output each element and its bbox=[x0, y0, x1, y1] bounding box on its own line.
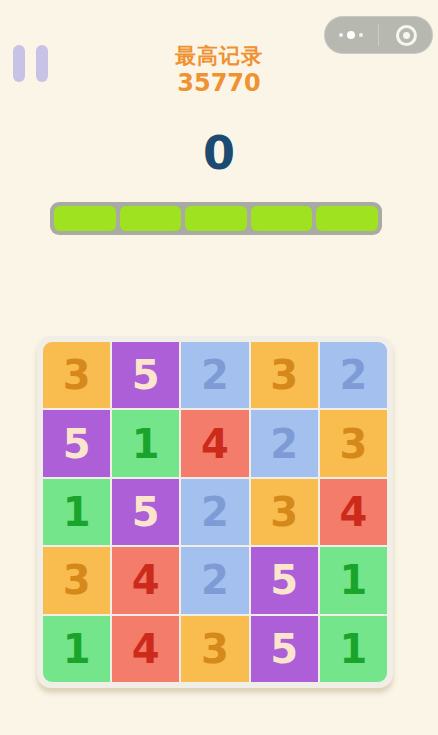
progress-bar bbox=[50, 202, 382, 235]
cell-r1c4[interactable]: 3 bbox=[251, 342, 318, 408]
cell-r3c5[interactable]: 4 bbox=[320, 479, 387, 545]
cell-r2c4[interactable]: 2 bbox=[251, 410, 318, 476]
game-board: 3523251423152343425114351 bbox=[37, 336, 393, 688]
minimize-button[interactable] bbox=[379, 16, 433, 54]
ellipsis-icon bbox=[339, 31, 363, 39]
cell-r3c1[interactable]: 1 bbox=[43, 479, 110, 545]
cell-r1c5[interactable]: 2 bbox=[320, 342, 387, 408]
cell-r2c5[interactable]: 3 bbox=[320, 410, 387, 476]
cell-r5c5[interactable]: 1 bbox=[320, 616, 387, 682]
cell-r4c4[interactable]: 5 bbox=[251, 547, 318, 613]
best-record-value: 35770 bbox=[0, 70, 438, 98]
cell-r5c3[interactable]: 3 bbox=[181, 616, 248, 682]
cell-r3c4[interactable]: 3 bbox=[251, 479, 318, 545]
cell-r3c2[interactable]: 5 bbox=[112, 479, 179, 545]
progress-segment-1 bbox=[54, 206, 116, 231]
current-score: 0 bbox=[0, 126, 438, 180]
board-grid: 3523251423152343425114351 bbox=[43, 342, 387, 682]
cell-r2c2[interactable]: 1 bbox=[112, 410, 179, 476]
cell-r1c2[interactable]: 5 bbox=[112, 342, 179, 408]
wechat-capsule bbox=[324, 16, 433, 54]
cell-r2c1[interactable]: 5 bbox=[43, 410, 110, 476]
cell-r4c2[interactable]: 4 bbox=[112, 547, 179, 613]
cell-r3c3[interactable]: 2 bbox=[181, 479, 248, 545]
cell-r4c3[interactable]: 2 bbox=[181, 547, 248, 613]
progress-segment-3 bbox=[185, 206, 247, 231]
cell-r1c3[interactable]: 2 bbox=[181, 342, 248, 408]
progress-segment-2 bbox=[120, 206, 182, 231]
circle-dot-icon bbox=[396, 25, 417, 46]
cell-r5c2[interactable]: 4 bbox=[112, 616, 179, 682]
cell-r4c5[interactable]: 1 bbox=[320, 547, 387, 613]
cell-r1c1[interactable]: 3 bbox=[43, 342, 110, 408]
more-options-button[interactable] bbox=[324, 16, 378, 54]
progress-segment-5 bbox=[316, 206, 378, 231]
cell-r4c1[interactable]: 3 bbox=[43, 547, 110, 613]
cell-r5c4[interactable]: 5 bbox=[251, 616, 318, 682]
cell-r2c3[interactable]: 4 bbox=[181, 410, 248, 476]
cell-r5c1[interactable]: 1 bbox=[43, 616, 110, 682]
progress-segment-4 bbox=[251, 206, 313, 231]
game-screen: 最高记录 35770 0 3523251423152343425114351 bbox=[0, 0, 438, 735]
